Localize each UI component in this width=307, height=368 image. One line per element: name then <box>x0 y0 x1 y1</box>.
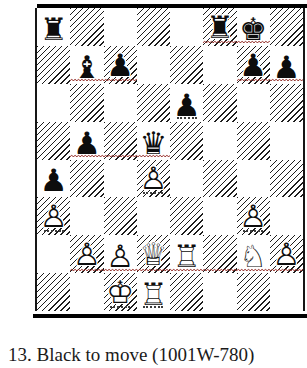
piece-black-pawn-b5: ♟ <box>73 128 101 160</box>
piece-outline: ♕ <box>139 239 167 270</box>
piece-black-pawn-c7: ♟ <box>106 50 134 82</box>
square-e8 <box>170 8 203 46</box>
square-g5 <box>237 122 270 160</box>
piece-black-pawn-h7: ♟ <box>272 52 300 84</box>
square-g8: ♚ <box>237 8 270 46</box>
square-b1 <box>70 273 103 311</box>
board-bottom-rule <box>33 314 307 318</box>
piece-black-pawn-g7: ♟ <box>239 50 267 82</box>
piece-white-queen-d2: ♛♕ <box>139 239 167 271</box>
square-d6 <box>137 84 170 122</box>
square-d2: ♛♕ <box>137 235 170 273</box>
square-g1 <box>237 273 270 311</box>
piece-white-knight-g2: ♞♘ <box>239 241 267 273</box>
piece-outline: ♖ <box>173 241 201 272</box>
square-e3 <box>170 197 203 235</box>
square-c5 <box>104 122 137 160</box>
piece-outline: ♖ <box>139 279 167 310</box>
square-b2: ♟♙ <box>70 235 103 273</box>
square-b7: ♝ <box>70 46 103 84</box>
piece-white-rook-d1: ♜♖ <box>139 279 167 311</box>
square-g3: ♟♙ <box>237 197 270 235</box>
square-b8 <box>70 8 103 46</box>
square-c4 <box>104 160 137 198</box>
square-a2 <box>37 235 70 273</box>
square-f7 <box>203 46 236 84</box>
square-g7: ♟ <box>237 46 270 84</box>
piece-white-pawn-h2: ♟♙ <box>272 239 300 271</box>
square-d5: ♛ <box>137 122 170 160</box>
piece-outline: ♘ <box>239 241 267 272</box>
square-e6: ♟ <box>170 84 203 122</box>
chess-board: ♜♜♚♝♟♟♟♟♟♛♟♟♙♟♙♟♙♟♙♟♙♛♕♜♖♞♘♟♙♚♔♜♖ <box>35 8 305 311</box>
square-h7: ♟ <box>270 46 303 84</box>
piece-outline: ♙ <box>106 241 134 272</box>
square-e7 <box>170 46 203 84</box>
square-f1 <box>203 273 236 311</box>
square-h2: ♟♙ <box>270 235 303 273</box>
square-a1 <box>37 273 70 311</box>
diagram-caption: 13. Black to move (1001W-780) <box>8 344 254 366</box>
square-h6 <box>270 84 303 122</box>
square-a6 <box>37 84 70 122</box>
square-c2: ♟♙ <box>104 235 137 273</box>
square-d4: ♟♙ <box>137 160 170 198</box>
square-e2: ♜♖ <box>170 235 203 273</box>
piece-white-king-c1: ♚♔ <box>106 277 134 309</box>
piece-white-pawn-b2: ♟♙ <box>73 239 101 271</box>
piece-black-king-g8: ♚ <box>239 14 267 46</box>
square-a5 <box>37 122 70 160</box>
square-d1: ♜♖ <box>137 273 170 311</box>
square-a8: ♜ <box>37 8 70 46</box>
square-f2 <box>203 235 236 273</box>
piece-black-pawn-e6: ♟ <box>173 90 201 122</box>
square-d7 <box>137 46 170 84</box>
square-a4: ♟ <box>37 160 70 198</box>
square-e5 <box>170 122 203 160</box>
square-f8: ♜ <box>203 8 236 46</box>
piece-black-bishop-b7: ♝ <box>73 52 101 84</box>
piece-outline: ♔ <box>106 277 134 308</box>
square-h4 <box>270 160 303 198</box>
piece-outline: ♙ <box>139 163 167 194</box>
piece-white-pawn-c2: ♟♙ <box>106 241 134 273</box>
piece-white-pawn-a3: ♟♙ <box>40 201 68 233</box>
piece-black-rook-a8: ♜ <box>40 14 68 46</box>
square-f3 <box>203 197 236 235</box>
chess-diagram: ♜♜♚♝♟♟♟♟♟♛♟♟♙♟♙♟♙♟♙♟♙♛♕♜♖♞♘♟♙♚♔♜♖ <box>35 4 307 318</box>
piece-black-rook-f8: ♜ <box>206 12 234 44</box>
piece-outline: ♙ <box>73 239 101 270</box>
square-f4 <box>203 160 236 198</box>
square-h3 <box>270 197 303 235</box>
square-a7 <box>37 46 70 84</box>
piece-outline: ♙ <box>40 201 68 232</box>
piece-black-queen-d5: ♛ <box>139 128 167 160</box>
piece-white-pawn-g3: ♟♙ <box>239 201 267 233</box>
square-g6 <box>237 84 270 122</box>
piece-white-pawn-d4: ♟♙ <box>139 163 167 195</box>
square-b6 <box>70 84 103 122</box>
square-h8 <box>270 8 303 46</box>
square-f6 <box>203 84 236 122</box>
square-c3 <box>104 197 137 235</box>
square-d8 <box>137 8 170 46</box>
piece-black-pawn-a4: ♟ <box>40 165 68 197</box>
square-c7: ♟ <box>104 46 137 84</box>
square-d3 <box>137 197 170 235</box>
square-e4 <box>170 160 203 198</box>
square-c1: ♚♔ <box>104 273 137 311</box>
piece-outline: ♙ <box>239 201 267 232</box>
square-h5 <box>270 122 303 160</box>
square-e1 <box>170 273 203 311</box>
square-b3 <box>70 197 103 235</box>
piece-outline: ♙ <box>272 239 300 270</box>
square-h1 <box>270 273 303 311</box>
square-b4 <box>70 160 103 198</box>
square-b5: ♟ <box>70 122 103 160</box>
square-g4 <box>237 160 270 198</box>
square-c8 <box>104 8 137 46</box>
piece-white-rook-e2: ♜♖ <box>173 241 201 273</box>
square-g2: ♞♘ <box>237 235 270 273</box>
square-c6 <box>104 84 137 122</box>
square-a3: ♟♙ <box>37 197 70 235</box>
square-f5 <box>203 122 236 160</box>
